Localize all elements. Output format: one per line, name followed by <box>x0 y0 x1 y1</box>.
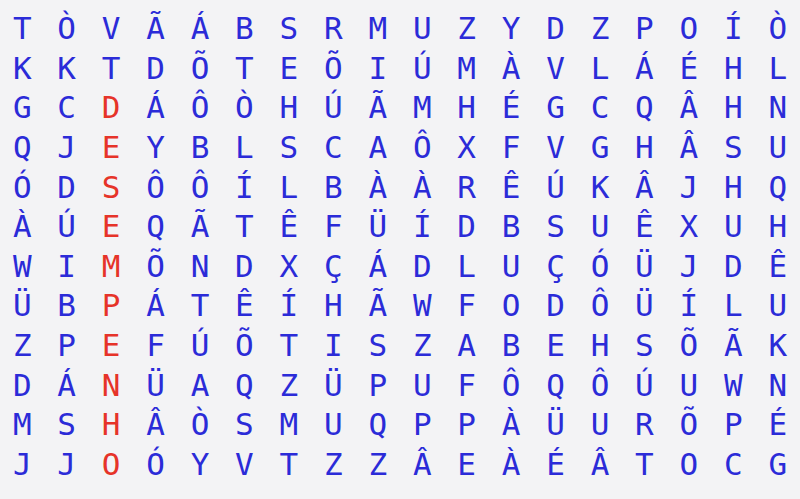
grid-cell[interactable]: B <box>311 167 355 207</box>
grid-cell[interactable]: Õ <box>667 405 711 445</box>
grid-cell[interactable]: Ú <box>178 326 222 366</box>
grid-cell[interactable]: D <box>44 167 88 207</box>
grid-cell[interactable]: P <box>44 326 88 366</box>
grid-cell[interactable]: K <box>0 49 44 89</box>
grid-cell[interactable]: I <box>44 246 88 286</box>
grid-cell[interactable]: A <box>444 326 488 366</box>
grid-cell[interactable]: H <box>311 286 355 326</box>
grid-cell[interactable]: À <box>489 49 533 89</box>
grid-cell[interactable]: M <box>267 405 311 445</box>
grid-cell[interactable]: S <box>222 405 266 445</box>
grid-cell[interactable]: J <box>667 246 711 286</box>
grid-cell[interactable]: W <box>400 286 444 326</box>
grid-cell[interactable]: Ú <box>533 167 577 207</box>
grid-cell[interactable]: B <box>489 326 533 366</box>
grid-cell[interactable]: Í <box>222 167 266 207</box>
grid-cell[interactable]: Í <box>711 9 755 49</box>
grid-cell[interactable]: E <box>533 326 577 366</box>
grid-cell[interactable]: T <box>89 49 133 89</box>
grid-cell[interactable]: X <box>667 207 711 247</box>
grid-cell[interactable]: Õ <box>311 49 355 89</box>
grid-cell[interactable]: I <box>356 49 400 89</box>
grid-cell[interactable]: Q <box>0 128 44 168</box>
grid-cell-found[interactable]: N <box>89 365 133 405</box>
grid-cell[interactable]: G <box>533 88 577 128</box>
grid-cell[interactable]: U <box>400 365 444 405</box>
grid-cell[interactable]: Õ <box>178 49 222 89</box>
grid-cell[interactable]: L <box>222 128 266 168</box>
grid-cell-found[interactable]: D <box>89 88 133 128</box>
grid-cell[interactable]: D <box>711 246 755 286</box>
grid-cell[interactable]: H <box>444 88 488 128</box>
grid-cell[interactable]: Í <box>267 286 311 326</box>
grid-cell[interactable]: Ã <box>711 326 755 366</box>
grid-cell[interactable]: C <box>711 444 755 484</box>
grid-cell[interactable]: Ê <box>622 207 666 247</box>
grid-cell[interactable]: Ü <box>622 246 666 286</box>
grid-cell[interactable]: L <box>267 167 311 207</box>
grid-cell[interactable]: M <box>400 88 444 128</box>
grid-cell[interactable]: D <box>444 207 488 247</box>
grid-cell[interactable]: H <box>711 49 755 89</box>
grid-cell[interactable]: Ü <box>133 365 177 405</box>
grid-cell[interactable]: Q <box>756 167 800 207</box>
grid-cell[interactable]: Ô <box>133 167 177 207</box>
grid-cell-found[interactable]: E <box>89 326 133 366</box>
grid-cell[interactable]: O <box>667 444 711 484</box>
grid-cell[interactable]: V <box>533 49 577 89</box>
grid-cell[interactable]: P <box>711 405 755 445</box>
grid-cell[interactable]: U <box>756 286 800 326</box>
grid-cell-found[interactable]: E <box>89 207 133 247</box>
grid-cell[interactable]: Â <box>133 405 177 445</box>
grid-cell[interactable]: R <box>622 405 666 445</box>
grid-cell[interactable]: Ã <box>178 207 222 247</box>
grid-cell[interactable]: Õ <box>133 246 177 286</box>
grid-cell[interactable]: N <box>756 365 800 405</box>
grid-cell[interactable]: P <box>622 9 666 49</box>
grid-cell[interactable]: Ô <box>400 128 444 168</box>
grid-cell[interactable]: Ó <box>133 444 177 484</box>
grid-cell[interactable]: Ê <box>222 286 266 326</box>
grid-cell[interactable]: M <box>444 49 488 89</box>
grid-cell[interactable]: V <box>222 444 266 484</box>
grid-cell[interactable]: Á <box>178 9 222 49</box>
grid-cell[interactable]: O <box>489 286 533 326</box>
grid-cell[interactable]: C <box>578 88 622 128</box>
grid-cell[interactable]: Ü <box>356 207 400 247</box>
grid-cell[interactable]: F <box>133 326 177 366</box>
grid-cell[interactable]: S <box>622 326 666 366</box>
grid-cell[interactable]: T <box>267 444 311 484</box>
grid-cell[interactable]: G <box>0 88 44 128</box>
grid-cell[interactable]: K <box>756 326 800 366</box>
grid-cell[interactable]: Q <box>222 365 266 405</box>
grid-cell[interactable]: B <box>222 9 266 49</box>
grid-cell[interactable]: À <box>400 167 444 207</box>
grid-cell[interactable]: M <box>0 405 44 445</box>
grid-cell[interactable]: Ó <box>578 246 622 286</box>
grid-cell[interactable]: U <box>578 207 622 247</box>
grid-cell[interactable]: Y <box>133 128 177 168</box>
grid-cell[interactable]: À <box>356 167 400 207</box>
grid-cell[interactable]: Ò <box>178 405 222 445</box>
grid-cell[interactable]: H <box>267 88 311 128</box>
grid-cell[interactable]: Q <box>356 405 400 445</box>
grid-cell[interactable]: Ê <box>267 207 311 247</box>
grid-cell[interactable]: D <box>222 246 266 286</box>
grid-cell[interactable]: U <box>578 405 622 445</box>
grid-cell[interactable]: J <box>0 444 44 484</box>
grid-cell[interactable]: L <box>444 246 488 286</box>
grid-cell[interactable]: É <box>756 405 800 445</box>
grid-cell[interactable]: Ò <box>756 9 800 49</box>
grid-cell-found[interactable]: S <box>89 167 133 207</box>
grid-cell[interactable]: Á <box>133 286 177 326</box>
grid-cell[interactable]: J <box>44 444 88 484</box>
grid-cell[interactable]: K <box>578 167 622 207</box>
grid-cell[interactable]: C <box>311 128 355 168</box>
grid-cell[interactable]: R <box>444 167 488 207</box>
grid-cell[interactable]: V <box>89 9 133 49</box>
grid-cell[interactable]: B <box>489 207 533 247</box>
grid-cell[interactable]: B <box>178 128 222 168</box>
grid-cell[interactable]: Ü <box>311 365 355 405</box>
grid-cell[interactable]: J <box>667 167 711 207</box>
grid-cell[interactable]: Â <box>622 167 666 207</box>
grid-cell[interactable]: D <box>133 49 177 89</box>
grid-cell[interactable]: D <box>533 286 577 326</box>
grid-cell[interactable]: L <box>711 286 755 326</box>
grid-cell[interactable]: U <box>667 365 711 405</box>
grid-cell[interactable]: S <box>267 128 311 168</box>
grid-cell[interactable]: À <box>489 444 533 484</box>
grid-cell[interactable]: Ç <box>311 246 355 286</box>
grid-cell[interactable]: T <box>222 207 266 247</box>
grid-cell[interactable]: Z <box>444 9 488 49</box>
grid-cell[interactable]: Q <box>533 365 577 405</box>
grid-cell[interactable]: Õ <box>667 326 711 366</box>
grid-cell[interactable]: Ú <box>622 365 666 405</box>
grid-cell[interactable]: U <box>311 405 355 445</box>
grid-cell[interactable]: Ú <box>311 88 355 128</box>
grid-cell[interactable]: É <box>489 88 533 128</box>
grid-cell[interactable]: T <box>622 444 666 484</box>
grid-cell[interactable]: E <box>444 444 488 484</box>
grid-cell[interactable]: K <box>44 49 88 89</box>
grid-cell-found[interactable]: O <box>89 444 133 484</box>
grid-cell[interactable]: S <box>44 405 88 445</box>
grid-cell[interactable]: Ô <box>578 286 622 326</box>
grid-cell[interactable]: V <box>533 128 577 168</box>
grid-cell[interactable]: Ó <box>0 167 44 207</box>
grid-cell[interactable]: Ç <box>533 246 577 286</box>
grid-cell-found[interactable]: M <box>89 246 133 286</box>
grid-cell[interactable]: J <box>44 128 88 168</box>
grid-cell[interactable]: Â <box>578 444 622 484</box>
grid-cell[interactable]: S <box>533 207 577 247</box>
grid-cell[interactable]: Ô <box>178 167 222 207</box>
grid-cell[interactable]: U <box>756 128 800 168</box>
grid-cell[interactable]: N <box>178 246 222 286</box>
grid-cell[interactable]: Q <box>133 207 177 247</box>
grid-cell[interactable]: H <box>578 326 622 366</box>
grid-cell[interactable]: D <box>400 246 444 286</box>
grid-cell[interactable]: H <box>711 167 755 207</box>
grid-cell[interactable]: Ü <box>0 286 44 326</box>
grid-cell[interactable]: À <box>489 405 533 445</box>
grid-cell[interactable]: Z <box>578 9 622 49</box>
grid-cell-found[interactable]: P <box>89 286 133 326</box>
grid-cell[interactable]: D <box>533 9 577 49</box>
grid-cell[interactable]: F <box>444 286 488 326</box>
grid-cell[interactable]: O <box>667 9 711 49</box>
grid-cell[interactable]: Ã <box>356 88 400 128</box>
grid-cell[interactable]: Á <box>356 246 400 286</box>
grid-cell[interactable]: L <box>578 49 622 89</box>
grid-cell[interactable]: T <box>222 49 266 89</box>
grid-cell[interactable]: Ü <box>622 286 666 326</box>
grid-cell[interactable]: I <box>311 326 355 366</box>
grid-cell[interactable]: Z <box>0 326 44 366</box>
grid-cell[interactable]: F <box>489 128 533 168</box>
grid-cell[interactable]: Â <box>667 128 711 168</box>
grid-cell[interactable]: X <box>444 128 488 168</box>
grid-cell[interactable]: A <box>178 365 222 405</box>
grid-cell[interactable]: Z <box>356 444 400 484</box>
grid-cell[interactable]: D <box>0 365 44 405</box>
grid-cell[interactable]: G <box>756 444 800 484</box>
grid-cell[interactable]: S <box>356 326 400 366</box>
grid-cell-found[interactable]: H <box>89 405 133 445</box>
grid-cell[interactable]: U <box>711 207 755 247</box>
grid-cell[interactable]: G <box>578 128 622 168</box>
grid-cell[interactable]: B <box>44 286 88 326</box>
grid-cell[interactable]: U <box>489 246 533 286</box>
grid-cell[interactable]: Í <box>400 207 444 247</box>
word-search-grid: TÒVÃÁBSRMUZYDZPOÍÒKKTDÕTEÕIÚMÀVLÁÉHLGCDÁ… <box>0 0 800 499</box>
grid-cell[interactable]: Ê <box>489 167 533 207</box>
grid-cell[interactable]: Ú <box>44 207 88 247</box>
grid-cell[interactable]: Õ <box>222 326 266 366</box>
grid-cell[interactable]: Ú <box>400 49 444 89</box>
grid-cell[interactable]: W <box>0 246 44 286</box>
grid-cell[interactable]: Ã <box>356 286 400 326</box>
grid-cell[interactable]: Â <box>667 88 711 128</box>
grid-cell[interactable]: Í <box>667 286 711 326</box>
grid-cell[interactable]: Z <box>311 444 355 484</box>
grid-cell[interactable]: Ã <box>133 9 177 49</box>
grid-cell[interactable]: R <box>311 9 355 49</box>
grid-cell[interactable]: A <box>356 128 400 168</box>
grid-cell[interactable]: Á <box>622 49 666 89</box>
grid-cell[interactable]: P <box>400 405 444 445</box>
grid-cell[interactable]: L <box>756 49 800 89</box>
grid-cell[interactable]: T <box>267 326 311 366</box>
grid-cell[interactable]: Q <box>622 88 666 128</box>
grid-cell[interactable]: Ê <box>756 246 800 286</box>
grid-cell[interactable]: S <box>711 128 755 168</box>
grid-cell[interactable]: E <box>267 49 311 89</box>
grid-cell[interactable]: H <box>622 128 666 168</box>
grid-cell[interactable]: Â <box>400 444 444 484</box>
grid-cell[interactable]: Á <box>133 88 177 128</box>
grid-cell[interactable]: P <box>356 365 400 405</box>
grid-cell[interactable]: Z <box>267 365 311 405</box>
grid-cell[interactable]: X <box>267 246 311 286</box>
grid-cell[interactable]: W <box>711 365 755 405</box>
grid-cell[interactable]: U <box>400 9 444 49</box>
grid-cell[interactable]: S <box>267 9 311 49</box>
grid-cell[interactable]: P <box>444 405 488 445</box>
grid-cell[interactable]: Ò <box>222 88 266 128</box>
grid-cell[interactable]: T <box>178 286 222 326</box>
grid-cell[interactable]: C <box>44 88 88 128</box>
grid-cell[interactable]: F <box>311 207 355 247</box>
grid-cell[interactable]: Y <box>489 9 533 49</box>
grid-cell[interactable]: É <box>533 444 577 484</box>
grid-cell[interactable]: F <box>444 365 488 405</box>
grid-cell[interactable]: T <box>0 9 44 49</box>
grid-cell[interactable]: Ò <box>44 9 88 49</box>
grid-cell[interactable]: Ô <box>578 365 622 405</box>
grid-cell[interactable]: N <box>756 88 800 128</box>
grid-cell[interactable]: Á <box>44 365 88 405</box>
grid-cell[interactable]: Ô <box>178 88 222 128</box>
grid-cell[interactable]: Ü <box>533 405 577 445</box>
grid-cell[interactable]: Y <box>178 444 222 484</box>
grid-cell[interactable]: À <box>0 207 44 247</box>
grid-cell[interactable]: H <box>756 207 800 247</box>
grid-cell[interactable]: Z <box>400 326 444 366</box>
grid-cell[interactable]: Ô <box>489 365 533 405</box>
grid-cell[interactable]: H <box>711 88 755 128</box>
grid-cell[interactable]: M <box>356 9 400 49</box>
grid-cell-found[interactable]: E <box>89 128 133 168</box>
grid-cell[interactable]: É <box>667 49 711 89</box>
